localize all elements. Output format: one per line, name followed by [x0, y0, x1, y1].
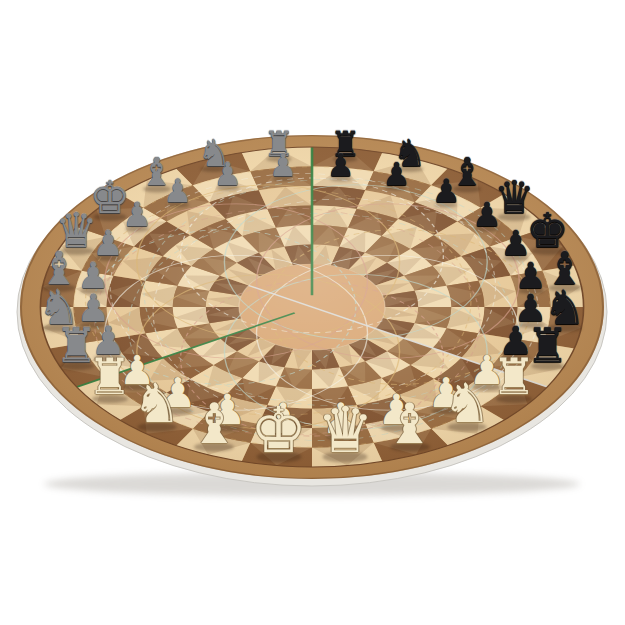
three-man-chess-product-photo: ♜♞♝♛♚♝♞♜♟♟♟♟♟♟♟♟♜♞♝♛♚♝♞♜♟♟♟♟♟♟♟♟♜♞♝♛♚♝♞♜… — [0, 0, 625, 625]
circular-chess-board — [0, 0, 625, 625]
